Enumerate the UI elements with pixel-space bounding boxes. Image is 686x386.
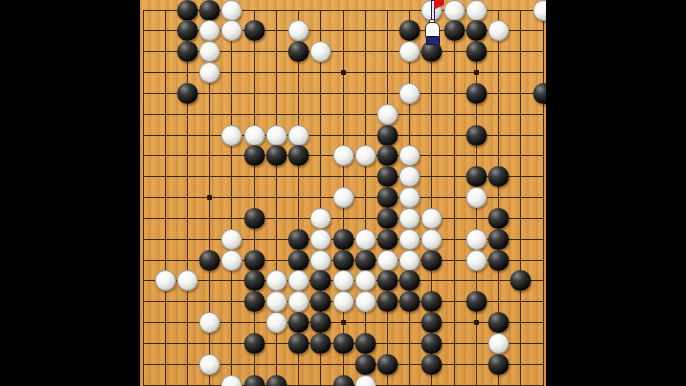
black-stone-13-2 <box>399 20 420 41</box>
black-stone-14-15 <box>421 291 442 312</box>
black-stone-8-13 <box>288 250 309 271</box>
black-stone-18-14 <box>510 270 531 291</box>
white-stone-10-14 <box>333 270 354 291</box>
white-stone-16-12 <box>466 229 487 250</box>
white-stone-10-8 <box>333 145 354 166</box>
white-stone-10-15 <box>333 291 354 312</box>
flag-cloth <box>434 0 444 9</box>
white-stone-11-19 <box>355 375 376 386</box>
black-stone-6-15 <box>244 291 265 312</box>
black-stone-11-18 <box>355 354 376 375</box>
black-stone-12-15 <box>377 291 398 312</box>
black-stone-3-3 <box>177 41 198 62</box>
black-stone-13-15 <box>399 291 420 312</box>
black-stone-14-16 <box>421 312 442 333</box>
white-stone-13-11 <box>399 208 420 229</box>
grid-line-vertical <box>454 10 455 386</box>
hand-cursor-icon <box>422 22 442 44</box>
black-stone-19-5 <box>533 83 547 104</box>
black-stone-6-8 <box>244 145 265 166</box>
white-stone-9-12 <box>310 229 331 250</box>
black-stone-7-19 <box>266 375 287 386</box>
black-stone-8-12 <box>288 229 309 250</box>
grid-line-vertical <box>520 10 521 386</box>
black-stone-16-7 <box>466 125 487 146</box>
white-stone-16-13 <box>466 250 487 271</box>
black-stone-12-11 <box>377 208 398 229</box>
white-stone-7-14 <box>266 270 287 291</box>
white-stone-13-8 <box>399 145 420 166</box>
black-stone-12-10 <box>377 187 398 208</box>
white-stone-5-1 <box>221 0 242 21</box>
black-stone-9-15 <box>310 291 331 312</box>
black-stone-12-9 <box>377 166 398 187</box>
black-stone-13-14 <box>399 270 420 291</box>
right-pillarbox-bar <box>546 0 686 386</box>
white-stone-13-13 <box>399 250 420 271</box>
black-stone-12-18 <box>377 354 398 375</box>
black-stone-12-7 <box>377 125 398 146</box>
white-stone-12-13 <box>377 250 398 271</box>
black-stone-12-12 <box>377 229 398 250</box>
white-stone-8-7 <box>288 125 309 146</box>
grid-line-vertical <box>254 10 255 386</box>
black-stone-17-16 <box>488 312 509 333</box>
black-stone-10-12 <box>333 229 354 250</box>
white-stone-3-14 <box>177 270 198 291</box>
grid-line-vertical <box>187 10 188 386</box>
white-stone-5-2 <box>221 20 242 41</box>
white-stone-17-2 <box>488 20 509 41</box>
black-stone-3-5 <box>177 83 198 104</box>
white-stone-12-6 <box>377 104 398 125</box>
white-stone-5-7 <box>221 125 242 146</box>
white-stone-13-10 <box>399 187 420 208</box>
black-stone-8-17 <box>288 333 309 354</box>
white-stone-4-18 <box>199 354 220 375</box>
white-stone-5-12 <box>221 229 242 250</box>
white-stone-9-11 <box>310 208 331 229</box>
star-point <box>341 320 346 325</box>
black-stone-17-13 <box>488 250 509 271</box>
black-stone-6-11 <box>244 208 265 229</box>
black-stone-17-11 <box>488 208 509 229</box>
white-stone-5-19 <box>221 375 242 386</box>
black-stone-11-17 <box>355 333 376 354</box>
black-stone-8-3 <box>288 41 309 62</box>
grid-line-vertical <box>365 10 366 386</box>
grid-line-vertical <box>543 10 544 386</box>
black-stone-16-9 <box>466 166 487 187</box>
white-stone-4-3 <box>199 41 220 62</box>
black-stone-10-17 <box>333 333 354 354</box>
black-stone-6-13 <box>244 250 265 271</box>
white-stone-9-3 <box>310 41 331 62</box>
star-point <box>474 320 479 325</box>
white-stone-13-9 <box>399 166 420 187</box>
white-stone-14-12 <box>421 229 442 250</box>
white-stone-8-2 <box>288 20 309 41</box>
left-pillarbox-bar <box>0 0 140 386</box>
white-stone-11-14 <box>355 270 376 291</box>
black-stone-6-19 <box>244 375 265 386</box>
white-stone-7-16 <box>266 312 287 333</box>
black-stone-17-18 <box>488 354 509 375</box>
black-stone-3-1 <box>177 0 198 21</box>
black-stone-11-13 <box>355 250 376 271</box>
black-stone-4-13 <box>199 250 220 271</box>
black-stone-16-2 <box>466 20 487 41</box>
white-stone-13-5 <box>399 83 420 104</box>
white-stone-15-1 <box>444 0 465 21</box>
screenshot-stage <box>0 0 686 386</box>
grid-line-horizontal <box>143 218 544 219</box>
black-stone-10-19 <box>333 375 354 386</box>
white-stone-4-16 <box>199 312 220 333</box>
white-stone-14-11 <box>421 208 442 229</box>
white-stone-7-7 <box>266 125 287 146</box>
white-stone-11-8 <box>355 145 376 166</box>
black-stone-16-15 <box>466 291 487 312</box>
black-stone-15-2 <box>444 20 465 41</box>
white-stone-6-7 <box>244 125 265 146</box>
white-stone-8-14 <box>288 270 309 291</box>
black-stone-7-8 <box>266 145 287 166</box>
black-stone-8-16 <box>288 312 309 333</box>
black-stone-10-13 <box>333 250 354 271</box>
white-stone-8-15 <box>288 291 309 312</box>
white-stone-11-12 <box>355 229 376 250</box>
black-stone-17-12 <box>488 229 509 250</box>
black-stone-8-8 <box>288 145 309 166</box>
grid-line-vertical <box>165 10 166 386</box>
white-stone-16-10 <box>466 187 487 208</box>
black-stone-9-17 <box>310 333 331 354</box>
black-stone-14-17 <box>421 333 442 354</box>
black-stone-9-16 <box>310 312 331 333</box>
white-stone-16-1 <box>466 0 487 21</box>
white-stone-4-4 <box>199 62 220 83</box>
white-stone-9-13 <box>310 250 331 271</box>
hand-cursor-cuff <box>426 36 440 45</box>
black-stone-4-1 <box>199 0 220 21</box>
star-point <box>207 195 212 200</box>
grid-line-horizontal <box>143 114 544 115</box>
white-stone-13-12 <box>399 229 420 250</box>
black-stone-3-2 <box>177 20 198 41</box>
white-stone-19-1 <box>533 0 547 21</box>
white-stone-7-15 <box>266 291 287 312</box>
black-stone-16-3 <box>466 41 487 62</box>
white-stone-13-3 <box>399 41 420 62</box>
grid-line-vertical <box>231 10 232 386</box>
star-point <box>474 70 479 75</box>
white-stone-5-13 <box>221 250 242 271</box>
white-stone-2-14 <box>155 270 176 291</box>
black-stone-6-17 <box>244 333 265 354</box>
grid-line-vertical <box>143 10 144 386</box>
black-stone-12-8 <box>377 145 398 166</box>
black-stone-14-18 <box>421 354 442 375</box>
black-stone-6-2 <box>244 20 265 41</box>
black-stone-6-14 <box>244 270 265 291</box>
black-stone-17-9 <box>488 166 509 187</box>
black-stone-12-14 <box>377 270 398 291</box>
white-stone-4-2 <box>199 20 220 41</box>
white-stone-17-17 <box>488 333 509 354</box>
white-stone-11-15 <box>355 291 376 312</box>
go-board[interactable] <box>140 0 546 386</box>
black-stone-9-14 <box>310 270 331 291</box>
black-stone-16-5 <box>466 83 487 104</box>
white-stone-10-10 <box>333 187 354 208</box>
black-stone-14-13 <box>421 250 442 271</box>
star-point <box>341 70 346 75</box>
